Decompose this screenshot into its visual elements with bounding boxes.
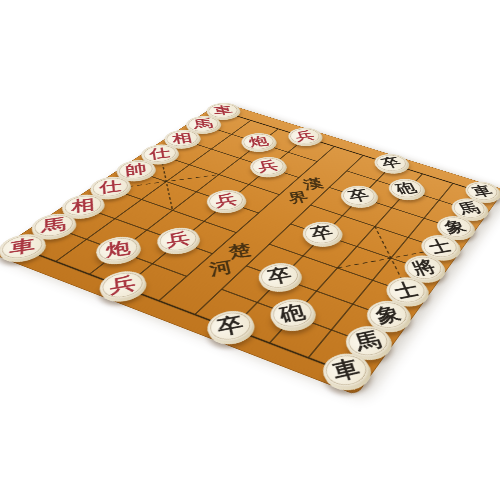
piece-glyph: 兵 (109, 274, 136, 296)
piece-glyph: 兵 (256, 159, 280, 174)
river-char: 楚 (227, 241, 253, 259)
piece-glyph: 馬 (192, 118, 214, 131)
scene: 河 楚 界 漢 車馬象士將士象馬車砲砲卒卒卒卒卒兵兵兵兵兵炮炮車馬相仕帥仕相馬車 (0, 0, 500, 500)
piece-glyph: 仕 (99, 179, 123, 195)
river-char: 漢 (301, 177, 325, 191)
piece-glyph: 炮 (247, 135, 270, 148)
piece-glyph: 車 (9, 237, 35, 257)
piece-glyph: 車 (212, 105, 233, 117)
piece-glyph: 炮 (105, 239, 131, 259)
piece-glyph: 兵 (214, 192, 239, 209)
piece-glyph: 帥 (124, 162, 147, 177)
river-char: 河 (208, 258, 234, 277)
piece-glyph: 卒 (216, 314, 246, 338)
river-char: 界 (286, 190, 310, 205)
piece-glyph: 相 (71, 197, 95, 214)
piece-glyph: 馬 (41, 216, 66, 235)
piece-glyph: 卒 (266, 266, 294, 287)
piece-glyph: 相 (171, 132, 193, 145)
piece-glyph: 仕 (149, 146, 172, 160)
piece-glyph: 兵 (165, 230, 191, 249)
xiangqi-board: 河 楚 界 漢 車馬象士將士象馬車砲砲卒卒卒卒卒兵兵兵兵兵炮炮車馬相仕帥仕相馬車 (0, 102, 500, 395)
